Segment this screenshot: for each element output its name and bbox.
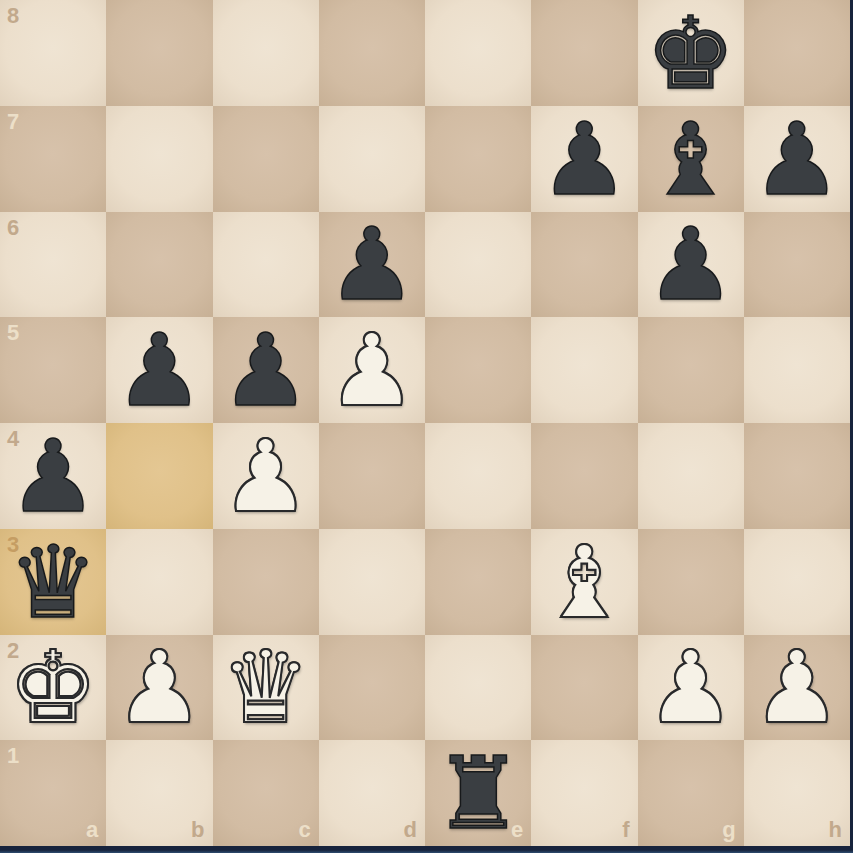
square-g8[interactable]: ♚ <box>638 0 744 106</box>
square-d2[interactable] <box>319 635 425 741</box>
square-a4[interactable]: 4♟ <box>0 423 106 529</box>
square-f2[interactable] <box>531 635 637 741</box>
square-e8[interactable] <box>425 0 531 106</box>
square-e2[interactable] <box>425 635 531 741</box>
square-b7[interactable] <box>106 106 212 212</box>
square-c8[interactable] <box>213 0 319 106</box>
square-a7[interactable]: 7 <box>0 106 106 212</box>
square-b3[interactable] <box>106 529 212 635</box>
file-label-f: f <box>622 819 629 841</box>
square-f8[interactable] <box>531 0 637 106</box>
square-h7[interactable]: ♟ <box>744 106 850 212</box>
square-d7[interactable] <box>319 106 425 212</box>
square-g3[interactable] <box>638 529 744 635</box>
piece-white-bishop[interactable]: ♝ <box>540 533 630 633</box>
square-a1[interactable]: 1a <box>0 740 106 846</box>
file-label-g: g <box>722 819 735 841</box>
square-d4[interactable] <box>319 423 425 529</box>
piece-white-pawn[interactable]: ♟ <box>115 638 205 738</box>
square-f1[interactable]: f <box>531 740 637 846</box>
file-label-a: a <box>86 819 98 841</box>
file-label-c: c <box>299 819 311 841</box>
piece-black-rook[interactable]: ♜ <box>433 744 523 844</box>
piece-white-pawn[interactable]: ♟ <box>221 427 311 527</box>
square-c1[interactable]: c <box>213 740 319 846</box>
square-b8[interactable] <box>106 0 212 106</box>
piece-black-pawn[interactable]: ♟ <box>646 215 736 315</box>
chess-board: 8♚7♟♝♟6♟♟5♟♟♟4♟♟3♛♝2♚♟♛♟♟1abcde♜fgh <box>0 0 853 853</box>
rank-label-6: 6 <box>7 217 19 239</box>
piece-black-king[interactable]: ♚ <box>646 4 736 104</box>
piece-black-pawn[interactable]: ♟ <box>115 321 205 421</box>
square-e5[interactable] <box>425 317 531 423</box>
square-c4[interactable]: ♟ <box>213 423 319 529</box>
square-f6[interactable] <box>531 212 637 318</box>
piece-white-pawn[interactable]: ♟ <box>752 638 842 738</box>
square-f7[interactable]: ♟ <box>531 106 637 212</box>
square-f4[interactable] <box>531 423 637 529</box>
piece-black-pawn[interactable]: ♟ <box>540 110 630 210</box>
square-g1[interactable]: g <box>638 740 744 846</box>
square-g2[interactable]: ♟ <box>638 635 744 741</box>
piece-black-pawn[interactable]: ♟ <box>752 110 842 210</box>
square-d6[interactable]: ♟ <box>319 212 425 318</box>
square-f5[interactable] <box>531 317 637 423</box>
square-b4[interactable] <box>106 423 212 529</box>
rank-label-1: 1 <box>7 745 19 767</box>
square-h4[interactable] <box>744 423 850 529</box>
square-e3[interactable] <box>425 529 531 635</box>
square-h1[interactable]: h <box>744 740 850 846</box>
file-label-d: d <box>404 819 417 841</box>
piece-white-pawn[interactable]: ♟ <box>327 321 417 421</box>
board-bottom-border <box>0 846 853 853</box>
file-label-b: b <box>191 819 204 841</box>
square-a8[interactable]: 8 <box>0 0 106 106</box>
file-label-h: h <box>829 819 842 841</box>
square-h5[interactable] <box>744 317 850 423</box>
square-d3[interactable] <box>319 529 425 635</box>
square-b5[interactable]: ♟ <box>106 317 212 423</box>
piece-black-queen[interactable]: ♛ <box>8 533 98 633</box>
square-e1[interactable]: e♜ <box>425 740 531 846</box>
square-c7[interactable] <box>213 106 319 212</box>
square-c2[interactable]: ♛ <box>213 635 319 741</box>
square-g4[interactable] <box>638 423 744 529</box>
piece-black-bishop[interactable]: ♝ <box>646 110 736 210</box>
square-b6[interactable] <box>106 212 212 318</box>
square-h2[interactable]: ♟ <box>744 635 850 741</box>
square-e6[interactable] <box>425 212 531 318</box>
square-g7[interactable]: ♝ <box>638 106 744 212</box>
square-a6[interactable]: 6 <box>0 212 106 318</box>
square-h6[interactable] <box>744 212 850 318</box>
rank-label-8: 8 <box>7 5 19 27</box>
square-d8[interactable] <box>319 0 425 106</box>
square-b2[interactable]: ♟ <box>106 635 212 741</box>
square-f3[interactable]: ♝ <box>531 529 637 635</box>
square-a5[interactable]: 5 <box>0 317 106 423</box>
piece-white-pawn[interactable]: ♟ <box>646 638 736 738</box>
square-b1[interactable]: b <box>106 740 212 846</box>
square-h8[interactable] <box>744 0 850 106</box>
square-a3[interactable]: 3♛ <box>0 529 106 635</box>
rank-label-5: 5 <box>7 322 19 344</box>
square-g6[interactable]: ♟ <box>638 212 744 318</box>
piece-white-king[interactable]: ♚ <box>8 638 98 738</box>
square-e4[interactable] <box>425 423 531 529</box>
piece-white-queen[interactable]: ♛ <box>221 638 311 738</box>
square-g5[interactable] <box>638 317 744 423</box>
square-e7[interactable] <box>425 106 531 212</box>
piece-black-pawn[interactable]: ♟ <box>8 427 98 527</box>
square-a2[interactable]: 2♚ <box>0 635 106 741</box>
board-grid: 8♚7♟♝♟6♟♟5♟♟♟4♟♟3♛♝2♚♟♛♟♟1abcde♜fgh <box>0 0 850 846</box>
square-c3[interactable] <box>213 529 319 635</box>
square-h3[interactable] <box>744 529 850 635</box>
square-d5[interactable]: ♟ <box>319 317 425 423</box>
piece-black-pawn[interactable]: ♟ <box>327 215 417 315</box>
rank-label-7: 7 <box>7 111 19 133</box>
square-c5[interactable]: ♟ <box>213 317 319 423</box>
piece-black-pawn[interactable]: ♟ <box>221 321 311 421</box>
square-d1[interactable]: d <box>319 740 425 846</box>
square-c6[interactable] <box>213 212 319 318</box>
